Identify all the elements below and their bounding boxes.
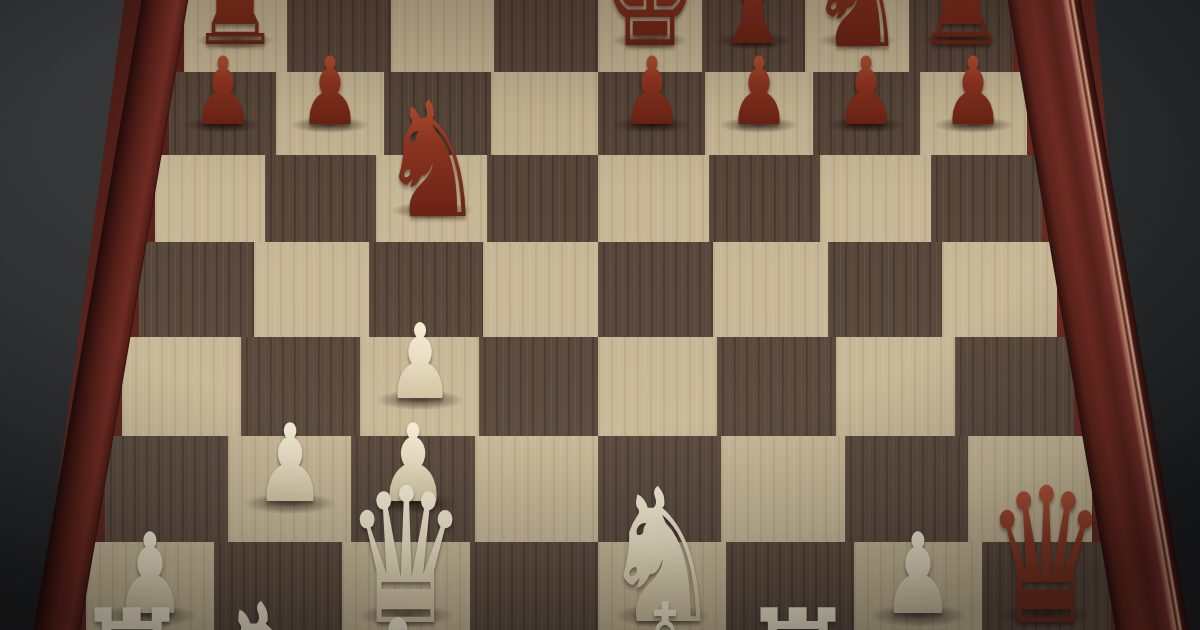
square-f5[interactable] (713, 242, 828, 337)
square-h4[interactable] (955, 337, 1074, 437)
square-d4[interactable] (479, 337, 598, 437)
piece-red-pawn-e7[interactable]: ♟ (621, 45, 683, 139)
square-e7[interactable]: ♟ (598, 72, 705, 155)
square-e4[interactable] (598, 337, 717, 437)
square-e5[interactable] (598, 242, 713, 337)
square-c8[interactable] (391, 0, 495, 72)
rank-7: ♟♟♟♟♟♟ (169, 72, 1027, 155)
square-f6[interactable] (709, 155, 820, 242)
square-g6[interactable] (820, 155, 931, 242)
square-d3[interactable] (475, 436, 598, 542)
piece-red-knight-c6[interactable]: ♞ (379, 81, 484, 241)
square-e6[interactable] (598, 155, 709, 242)
square-f3[interactable] (721, 436, 844, 542)
square-b5[interactable] (254, 242, 369, 337)
piece-white-rook-a1[interactable]: ♜ (72, 586, 191, 630)
square-f7[interactable]: ♟ (705, 72, 812, 155)
square-g2[interactable]: ♟ (854, 542, 982, 630)
square-g4[interactable] (836, 337, 955, 437)
square-d6[interactable] (487, 155, 598, 242)
square-a7[interactable]: ♟ (169, 72, 276, 155)
square-d2[interactable] (470, 542, 598, 630)
square-d7[interactable] (491, 72, 598, 155)
piece-white-pawn-g2[interactable]: ♟ (882, 518, 955, 630)
square-b3[interactable]: ♟ (228, 436, 351, 542)
rank-5 (139, 242, 1057, 337)
piece-red-pawn-b7[interactable]: ♟ (299, 45, 361, 139)
square-c6[interactable]: ♞ (376, 155, 487, 242)
square-a6[interactable] (155, 155, 266, 242)
piece-white-king-e1[interactable]: ♚ (602, 579, 727, 630)
square-g5[interactable] (828, 242, 943, 337)
piece-red-pawn-g7[interactable]: ♟ (835, 45, 897, 139)
piece-red-queen-h2[interactable]: ♛ (985, 463, 1108, 630)
piece-white-bishop-c1[interactable]: ♝ (344, 599, 451, 630)
square-d5[interactable] (483, 242, 598, 337)
square-h2[interactable]: ♛ (982, 542, 1110, 630)
square-f4[interactable] (717, 337, 836, 437)
piece-red-pawn-a7[interactable]: ♟ (192, 45, 254, 139)
square-a5[interactable] (139, 242, 254, 337)
square-a4[interactable] (122, 337, 241, 437)
square-h7[interactable]: ♟ (920, 72, 1027, 155)
square-h5[interactable] (942, 242, 1057, 337)
rank-6: ♞ (155, 155, 1042, 242)
background: ♜♚♝♞♜♟♟♟♟♟♟♞♟♟♟♟♛♞♟♛♜♞♝♚♜ (0, 0, 1200, 630)
square-d8[interactable] (494, 0, 598, 72)
piece-white-pawn-b3[interactable]: ♟ (254, 410, 325, 518)
square-b6[interactable] (265, 155, 376, 242)
piece-white-pawn-c4[interactable]: ♟ (386, 310, 454, 414)
piece-red-pawn-h7[interactable]: ♟ (943, 45, 1005, 139)
square-g7[interactable]: ♟ (813, 72, 920, 155)
piece-white-knight-b1[interactable]: ♞ (202, 578, 328, 630)
piece-red-pawn-f7[interactable]: ♟ (728, 45, 790, 139)
chess-board: ♜♚♝♞♜♟♟♟♟♟♟♞♟♟♟♟♛♞♟♛♜♞♝♚♜ (0, 0, 1200, 630)
square-b7[interactable]: ♟ (276, 72, 383, 155)
square-h6[interactable] (931, 155, 1042, 242)
piece-white-rook-f1[interactable]: ♜ (738, 586, 857, 630)
